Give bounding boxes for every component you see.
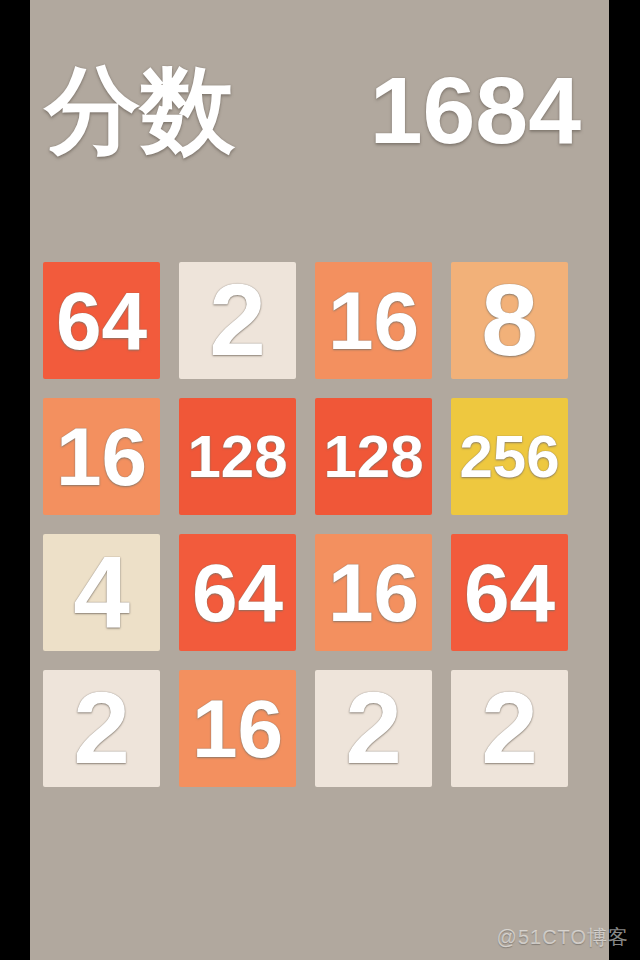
board[interactable]: 64216816128128256464166421622 xyxy=(43,262,568,787)
tile-r2c4: 256 xyxy=(451,398,568,515)
tile-r2c2: 128 xyxy=(179,398,296,515)
tile-r3c3: 16 xyxy=(315,534,432,651)
tile-r4c1: 2 xyxy=(43,670,160,787)
tile-r1c3: 16 xyxy=(315,262,432,379)
tile-r3c1: 4 xyxy=(43,534,160,651)
tile-r1c2: 2 xyxy=(179,262,296,379)
game-screen: 分数 1684 64216816128128256464166421622 xyxy=(30,0,609,960)
tile-r4c4: 2 xyxy=(451,670,568,787)
tile-r3c4: 64 xyxy=(451,534,568,651)
tile-r1c4: 8 xyxy=(451,262,568,379)
tile-r2c1: 16 xyxy=(43,398,160,515)
score-header: 分数 1684 xyxy=(45,58,581,163)
tile-r3c2: 64 xyxy=(179,534,296,651)
tile-r2c3: 128 xyxy=(315,398,432,515)
tile-r4c3: 2 xyxy=(315,670,432,787)
watermark: @51CTO博客 xyxy=(497,924,629,951)
score-label: 分数 xyxy=(45,58,235,163)
score-value: 1684 xyxy=(370,58,581,163)
tile-r4c2: 16 xyxy=(179,670,296,787)
tile-r1c1: 64 xyxy=(43,262,160,379)
app-canvas: 分数 1684 64216816128128256464166421622 @5… xyxy=(0,0,640,960)
